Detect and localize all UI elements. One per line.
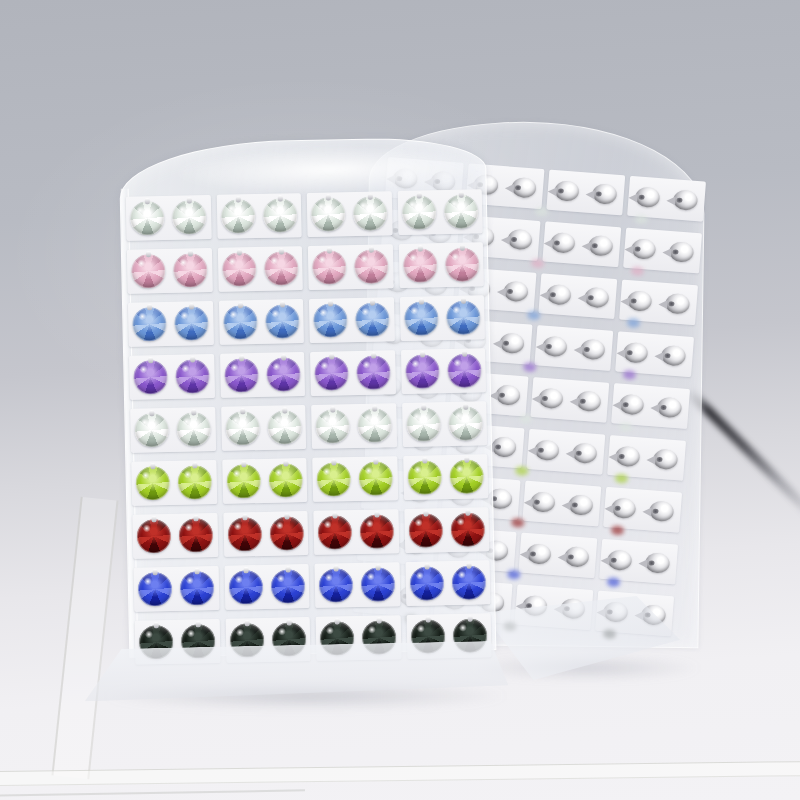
earring-pair-card xyxy=(132,513,217,559)
photo-scene xyxy=(0,0,800,800)
butterfly-earring-back xyxy=(580,339,605,361)
front-display-stand xyxy=(119,136,497,658)
stud-color-glimpse xyxy=(535,207,549,217)
stud-color-glimpse xyxy=(527,310,541,320)
butterfly-earring-back xyxy=(568,494,593,516)
crystal-stud-purple xyxy=(266,357,301,392)
crystal-stud-clear xyxy=(172,200,207,235)
stud-color-glimpse xyxy=(623,370,637,380)
earring-pair-card xyxy=(221,405,306,451)
butterfly-earring-back xyxy=(572,442,597,464)
paper-crease-bottom xyxy=(0,789,305,796)
crystal-stud-light-blue xyxy=(223,305,258,340)
crystal-stud-clear xyxy=(134,413,169,448)
stud-color-glimpse xyxy=(607,577,621,587)
crystal-stud-garnet-red xyxy=(318,515,353,550)
crystal-stud-pink xyxy=(264,251,299,286)
stud-color-glimpse xyxy=(507,570,521,580)
butterfly-earring-back xyxy=(507,229,532,251)
crystal-stud-light-blue xyxy=(132,307,167,342)
earring-pair-card xyxy=(403,454,488,500)
stud-row-garnet-red xyxy=(132,507,489,558)
stud-row-pink xyxy=(127,242,484,293)
butterfly-earring-back xyxy=(627,290,652,312)
crystal-stud-garnet-red xyxy=(450,512,485,547)
crystal-stud-pink xyxy=(403,248,438,283)
paper-crease-vertical xyxy=(51,497,118,779)
crystal-stud-purple xyxy=(405,354,440,389)
butterfly-earring-back xyxy=(584,287,609,309)
crystal-stud-pink xyxy=(312,250,347,285)
crystal-stud-light-blue xyxy=(265,304,300,339)
stud-color-glimpse xyxy=(611,525,625,535)
butterfly-earring-back xyxy=(503,281,528,303)
earring-pair-card-back xyxy=(522,481,601,527)
butterfly-earring-back xyxy=(491,436,516,458)
butterfly-earring-back xyxy=(534,439,559,461)
stud-color-glimpse xyxy=(515,466,529,476)
earring-pair-card xyxy=(128,301,213,347)
earring-pair-card-back xyxy=(534,325,613,371)
earring-pair-card xyxy=(223,511,308,557)
crystal-stud-pink xyxy=(354,249,389,284)
earring-pair-card xyxy=(216,193,301,239)
crystal-stud-garnet-red xyxy=(360,514,395,549)
butterfly-earring-back xyxy=(607,549,632,571)
butterfly-earring-back xyxy=(619,394,644,416)
crystal-stud-purple xyxy=(176,359,211,394)
crystal-stud-clear xyxy=(267,410,302,445)
earring-pair-card xyxy=(311,403,396,449)
crystal-stud-clear xyxy=(315,409,350,444)
stud-color-glimpse xyxy=(631,266,645,276)
stud-color-glimpse xyxy=(511,518,525,528)
butterfly-earring-back xyxy=(576,390,601,412)
crystal-stud-clear xyxy=(444,194,479,229)
crystal-stud-royal-blue xyxy=(270,569,305,604)
butterfly-earring-back xyxy=(546,284,571,306)
earring-pair-card xyxy=(405,560,490,606)
crystal-stud-purple xyxy=(314,356,349,391)
stud-color-glimpse xyxy=(627,318,641,328)
butterfly-earring-back xyxy=(669,241,694,263)
stud-grid xyxy=(126,189,492,664)
crystal-stud-royal-blue xyxy=(319,568,354,603)
crystal-stud-pink xyxy=(445,247,480,282)
earring-pair-card xyxy=(402,401,487,447)
butterfly-earring-back xyxy=(526,543,551,565)
butterfly-earring-back xyxy=(530,491,555,513)
crystal-stud-peridot-green xyxy=(407,460,442,495)
crystal-stud-garnet-red xyxy=(179,518,214,553)
crystal-stud-light-blue xyxy=(174,306,209,341)
butterfly-earring-back xyxy=(495,384,520,406)
butterfly-earring-back xyxy=(499,332,524,354)
crystal-stud-purple xyxy=(224,358,259,393)
crystal-stud-clear xyxy=(130,201,165,236)
crystal-stud-clear xyxy=(311,197,346,232)
earring-pair-card xyxy=(220,352,305,398)
earring-pair-card-back xyxy=(546,170,625,216)
butterfly-earring-back xyxy=(564,546,589,568)
butterfly-earring-back xyxy=(657,397,682,419)
earring-pair-card-back xyxy=(526,429,605,475)
stud-color-glimpse xyxy=(531,259,545,269)
blurred-cable xyxy=(685,387,800,517)
earring-pair-card xyxy=(224,564,309,610)
crystal-stud-purple xyxy=(357,355,392,390)
crystal-stud-light-blue xyxy=(355,302,390,337)
earring-pair-card xyxy=(399,295,484,341)
stud-row-peridot-green xyxy=(131,454,488,505)
earring-pair-card xyxy=(218,299,303,345)
crystal-stud-light-blue xyxy=(446,300,481,335)
crystal-stud-peridot-green xyxy=(317,462,352,497)
earring-pair-card xyxy=(129,354,214,400)
butterfly-earring-back xyxy=(554,180,579,202)
crystal-stud-clear xyxy=(220,199,255,234)
crystal-stud-clear xyxy=(177,412,212,447)
earring-pair-card xyxy=(308,244,393,290)
crystal-stud-purple xyxy=(447,353,482,388)
earring-pair-card-back xyxy=(538,273,617,319)
butterfly-earring-back xyxy=(623,342,648,364)
crystal-stud-peridot-green xyxy=(136,466,171,501)
earring-pair-card xyxy=(309,297,394,343)
stud-row-clear xyxy=(130,401,487,452)
crystal-stud-peridot-green xyxy=(449,459,484,494)
butterfly-earring-back xyxy=(631,238,656,260)
earring-pair-card xyxy=(222,458,307,504)
stud-row-light-blue xyxy=(128,295,485,346)
earring-pair-card xyxy=(134,566,219,612)
earring-pair-card xyxy=(312,456,397,502)
butterfly-earring-back xyxy=(615,446,640,468)
crystal-stud-light-blue xyxy=(313,303,348,338)
butterfly-earring-back xyxy=(611,497,636,519)
crystal-stud-royal-blue xyxy=(138,572,173,607)
butterfly-earring-back xyxy=(511,177,536,199)
stud-color-glimpse xyxy=(635,214,649,224)
crystal-stud-clear xyxy=(263,198,298,233)
earring-pair-card xyxy=(131,460,216,506)
earring-pair-card xyxy=(130,407,215,453)
stud-color-glimpse xyxy=(619,422,633,432)
crystal-stud-royal-blue xyxy=(451,565,486,600)
crystal-stud-royal-blue xyxy=(228,570,263,605)
crystal-stud-clear xyxy=(225,411,260,446)
earring-pair-card xyxy=(127,248,212,294)
crystal-stud-clear xyxy=(406,407,441,442)
paper-crease-horizontal xyxy=(0,761,800,786)
crystal-stud-clear xyxy=(358,408,393,443)
earring-pair-card-back xyxy=(530,377,609,423)
crystal-stud-garnet-red xyxy=(269,516,304,551)
stud-row-purple xyxy=(129,348,486,399)
earring-pair-card xyxy=(126,195,211,241)
crystal-stud-pink xyxy=(173,253,208,288)
butterfly-earring-back xyxy=(649,500,674,522)
earring-pair-card xyxy=(397,189,482,235)
butterfly-earring-back xyxy=(550,232,575,254)
stud-color-glimpse xyxy=(615,474,629,484)
crystal-stud-royal-blue xyxy=(361,567,396,602)
crystal-stud-peridot-green xyxy=(359,461,394,496)
earring-pair-card xyxy=(404,507,489,553)
butterfly-earring-back xyxy=(542,336,567,358)
butterfly-earring-back xyxy=(538,388,563,410)
crystal-stud-garnet-red xyxy=(227,517,262,552)
crystal-stud-royal-blue xyxy=(409,566,444,601)
butterfly-earring-back xyxy=(592,183,617,205)
crystal-stud-light-blue xyxy=(404,301,439,336)
earring-pair-card xyxy=(398,242,483,288)
earring-pair-card xyxy=(313,509,398,555)
butterfly-earring-back xyxy=(645,552,670,574)
earring-pair-card-back xyxy=(518,533,597,579)
butterfly-earring-back xyxy=(661,345,686,367)
crystal-stud-garnet-red xyxy=(408,513,443,548)
stud-color-glimpse xyxy=(519,414,533,424)
crystal-stud-peridot-green xyxy=(178,465,213,500)
butterfly-earring-back xyxy=(673,189,698,211)
crystal-stud-clear xyxy=(353,196,388,231)
earring-pair-card xyxy=(217,246,302,292)
earring-pair-card xyxy=(401,348,486,394)
stud-color-glimpse xyxy=(523,362,537,372)
butterfly-earring-back xyxy=(665,293,690,315)
earring-pair-card xyxy=(314,562,399,608)
stud-row-royal-blue xyxy=(134,560,491,611)
earring-pair-card xyxy=(307,191,392,237)
crystal-stud-clear xyxy=(448,406,483,441)
crystal-stud-pink xyxy=(131,254,166,289)
earring-pair-card xyxy=(310,350,395,396)
butterfly-earring-back xyxy=(635,186,660,208)
butterfly-earring-back xyxy=(653,448,678,470)
crystal-stud-pink xyxy=(222,252,257,287)
stud-row-clear xyxy=(126,189,483,240)
crystal-stud-clear xyxy=(401,195,436,230)
crystal-stud-peridot-green xyxy=(268,463,303,498)
crystal-stud-purple xyxy=(133,360,168,395)
crystal-stud-royal-blue xyxy=(180,571,215,606)
earring-pair-card-back xyxy=(542,221,621,267)
crystal-stud-garnet-red xyxy=(137,519,172,554)
crystal-stud-peridot-green xyxy=(226,464,261,499)
butterfly-earring-back xyxy=(588,235,613,257)
